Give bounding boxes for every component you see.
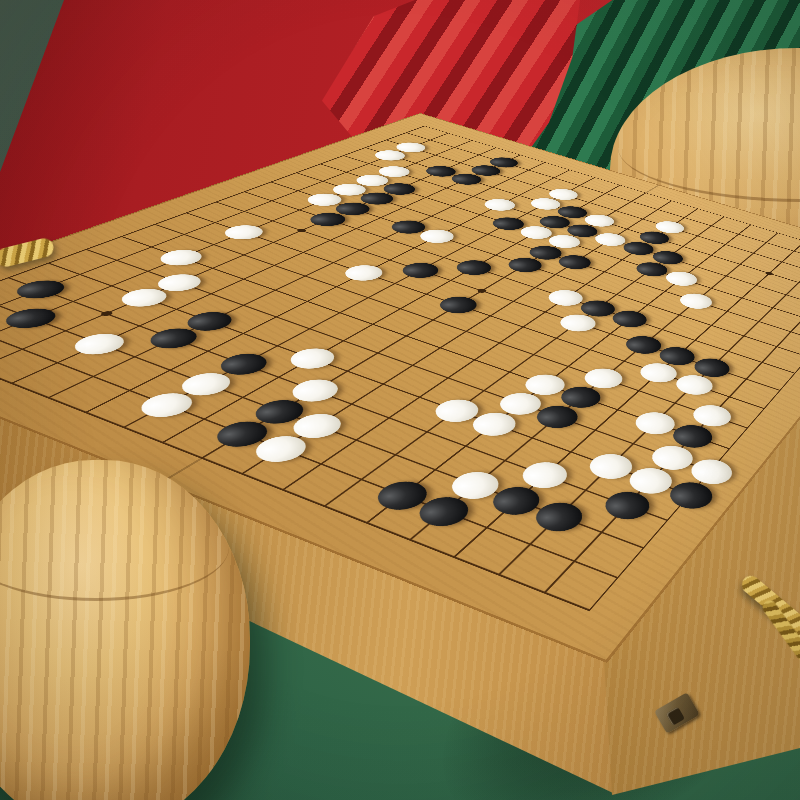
black-stone[interactable] — [7, 277, 73, 302]
white-stone[interactable] — [338, 262, 390, 284]
black-stone[interactable] — [432, 294, 483, 317]
white-stone[interactable] — [217, 223, 270, 243]
white-stone[interactable] — [674, 291, 717, 312]
black-stone[interactable] — [395, 260, 445, 281]
star-point — [765, 271, 774, 276]
white-stone[interactable] — [479, 197, 521, 214]
white-stone[interactable] — [281, 345, 342, 373]
star-point — [98, 310, 114, 316]
white-stone[interactable] — [65, 330, 134, 359]
scene — [0, 0, 800, 800]
latch-hasp-icon — [666, 707, 685, 726]
black-stone[interactable] — [0, 305, 66, 332]
white-stone[interactable] — [153, 247, 211, 269]
star-point — [476, 288, 488, 293]
star-point — [295, 228, 307, 233]
black-stone[interactable] — [450, 257, 498, 278]
